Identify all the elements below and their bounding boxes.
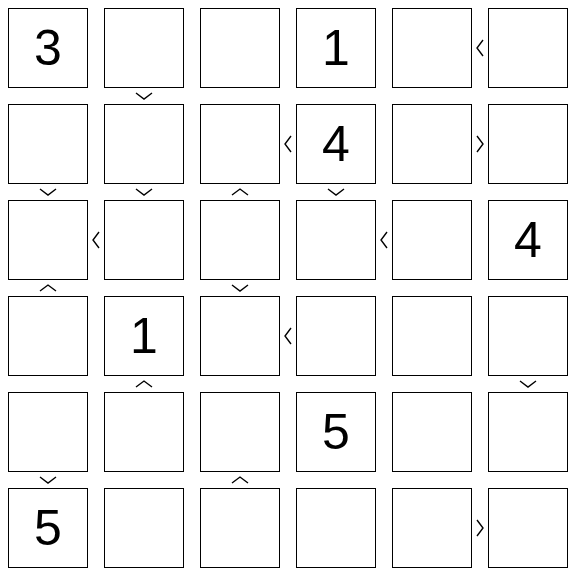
cell-r1c3[interactable] [200,8,280,88]
cell-r1c2[interactable] [104,8,184,88]
cell-r1c6[interactable] [488,8,568,88]
chevron-down-icon [519,379,537,389]
greater-than-icon [475,135,485,153]
less-than-icon [283,135,293,153]
less-than-icon [283,327,293,345]
cell-r3c3[interactable] [200,200,280,280]
chevron-down-icon [39,187,57,197]
cell-r5c4[interactable]: 5 [296,392,376,472]
chevron-down-icon [135,187,153,197]
cell-r3c1[interactable] [8,200,88,280]
cell-r4c4[interactable] [296,296,376,376]
greater-than-icon [475,519,485,537]
chevron-down-icon [327,187,345,197]
cell-r6c1[interactable]: 5 [8,488,88,568]
given-number: 1 [322,23,350,73]
cell-r4c1[interactable] [8,296,88,376]
given-number: 3 [34,23,62,73]
cell-r2c5[interactable] [392,104,472,184]
cell-r2c1[interactable] [8,104,88,184]
cell-r4c5[interactable] [392,296,472,376]
given-number: 5 [34,503,62,553]
cell-r6c4[interactable] [296,488,376,568]
chevron-down-icon [231,283,249,293]
cell-r6c3[interactable] [200,488,280,568]
cell-r5c1[interactable] [8,392,88,472]
chevron-up-icon [231,187,249,197]
cell-r3c4[interactable] [296,200,376,280]
cell-r2c4[interactable]: 4 [296,104,376,184]
cell-r2c6[interactable] [488,104,568,184]
cell-r5c5[interactable] [392,392,472,472]
cell-r6c2[interactable] [104,488,184,568]
cell-r6c6[interactable] [488,488,568,568]
cell-r4c6[interactable] [488,296,568,376]
cell-r3c6[interactable]: 4 [488,200,568,280]
given-number: 4 [514,215,542,265]
cell-r2c2[interactable] [104,104,184,184]
less-than-icon [379,231,389,249]
cell-r1c4[interactable]: 1 [296,8,376,88]
cell-r5c3[interactable] [200,392,280,472]
given-number: 4 [322,119,350,169]
futoshiki-board: 3144155 [0,0,577,577]
cell-r5c2[interactable] [104,392,184,472]
cell-r3c2[interactable] [104,200,184,280]
cell-r3c5[interactable] [392,200,472,280]
chevron-down-icon [135,91,153,101]
cell-r5c6[interactable] [488,392,568,472]
cell-r4c2[interactable]: 1 [104,296,184,376]
given-number: 5 [322,407,350,457]
less-than-icon [91,231,101,249]
cell-r6c5[interactable] [392,488,472,568]
chevron-up-icon [39,283,57,293]
cell-r1c1[interactable]: 3 [8,8,88,88]
cell-r4c3[interactable] [200,296,280,376]
cell-r2c3[interactable] [200,104,280,184]
chevron-down-icon [39,475,57,485]
less-than-icon [475,39,485,57]
given-number: 1 [130,311,158,361]
chevron-up-icon [231,475,249,485]
cell-r1c5[interactable] [392,8,472,88]
chevron-up-icon [135,379,153,389]
